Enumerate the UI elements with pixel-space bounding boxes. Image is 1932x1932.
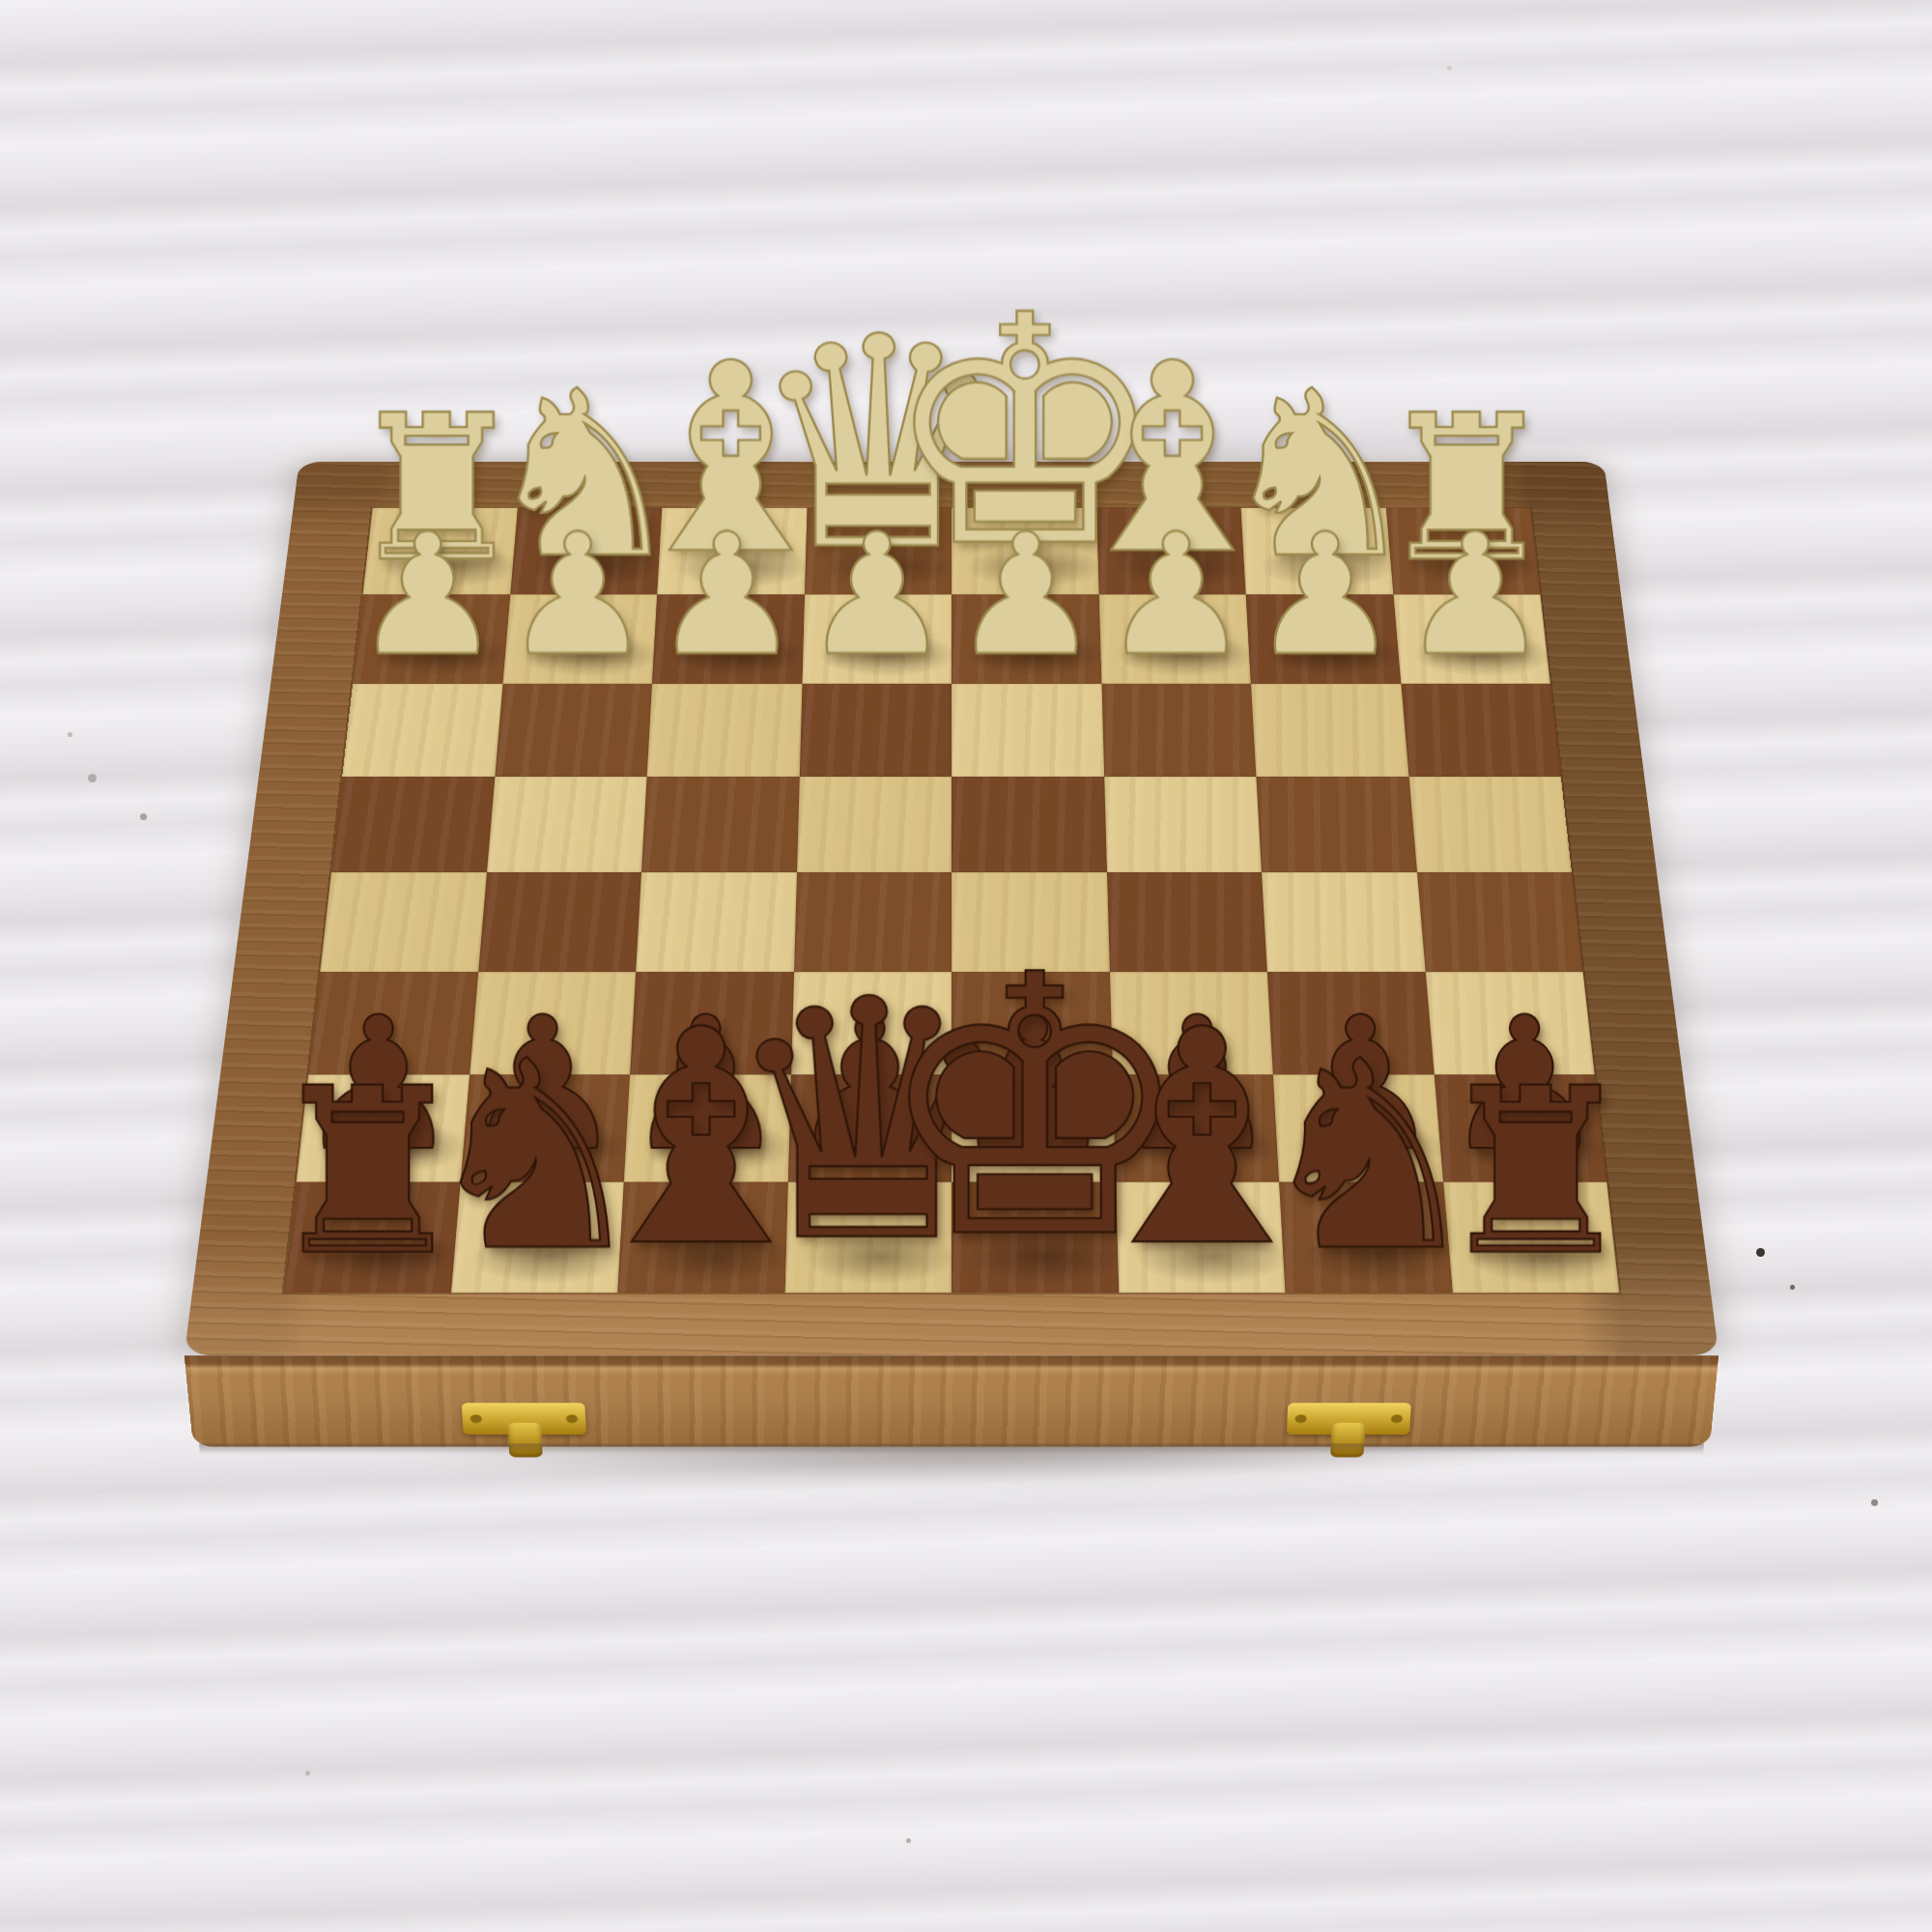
- square-h5[interactable]: [1408, 777, 1572, 872]
- piece-black-pawn-d7[interactable]: ♟: [802, 511, 952, 679]
- board-front-edge: [185, 1355, 1719, 1446]
- square-b5[interactable]: [487, 777, 647, 872]
- brass-latch-right[interactable]: [1287, 1404, 1411, 1435]
- surface-specks: [0, 0, 1, 1]
- square-g5[interactable]: [1256, 777, 1416, 872]
- piece-black-pawn-b7[interactable]: ♟: [502, 511, 653, 679]
- square-e5[interactable]: [952, 777, 1107, 872]
- square-h4[interactable]: [1417, 872, 1583, 972]
- square-f5[interactable]: [1104, 777, 1262, 872]
- square-f7[interactable]: ♟: [1098, 594, 1251, 684]
- square-b6[interactable]: [495, 684, 652, 777]
- square-e7[interactable]: ♟: [952, 594, 1101, 684]
- square-d7[interactable]: ♟: [802, 594, 952, 684]
- square-h1[interactable]: ♜: [1443, 1181, 1620, 1293]
- brass-latch-left[interactable]: [461, 1404, 585, 1435]
- piece-white-rook-h1[interactable]: ♜: [1433, 1059, 1637, 1288]
- piece-black-pawn-g7[interactable]: ♟: [1250, 511, 1401, 679]
- piece-black-pawn-h7[interactable]: ♟: [1400, 511, 1550, 679]
- square-g1[interactable]: ♞: [1279, 1181, 1452, 1293]
- piece-black-pawn-a7[interactable]: ♟: [353, 511, 503, 679]
- square-e6[interactable]: [952, 684, 1104, 777]
- square-a7[interactable]: ♟: [353, 594, 510, 684]
- board-grid: ♜♞♝♛♚♝♞♜♟♟♟♟♟♟♟♟♟♟♟♟♟♟♟♟♜♞♝♛♚♝♞♜: [284, 508, 1620, 1293]
- square-a6[interactable]: [342, 684, 502, 777]
- square-f6[interactable]: [1101, 684, 1256, 777]
- square-a5[interactable]: [331, 777, 495, 872]
- piece-black-pawn-f7[interactable]: ♟: [1100, 511, 1251, 679]
- latch-hook-icon: [1330, 1423, 1365, 1458]
- square-h6[interactable]: [1401, 684, 1561, 777]
- piece-black-pawn-e7[interactable]: ♟: [952, 511, 1102, 679]
- square-g4[interactable]: [1262, 872, 1425, 972]
- square-c7[interactable]: ♟: [652, 594, 805, 684]
- board-frame: ♜♞♝♛♚♝♞♜♟♟♟♟♟♟♟♟♟♟♟♟♟♟♟♟♜♞♝♛♚♝♞♜: [185, 462, 1719, 1355]
- square-b7[interactable]: ♟: [502, 594, 657, 684]
- square-c5[interactable]: [641, 777, 799, 872]
- square-h7[interactable]: ♟: [1393, 594, 1550, 684]
- square-g6[interactable]: [1251, 684, 1408, 777]
- square-d5[interactable]: [797, 777, 952, 872]
- square-g7[interactable]: ♟: [1246, 594, 1401, 684]
- square-a4[interactable]: [320, 872, 486, 972]
- square-d6[interactable]: [799, 684, 952, 777]
- latch-hook-icon: [507, 1423, 542, 1458]
- square-b4[interactable]: [478, 872, 641, 972]
- chess-board: ♜♞♝♛♚♝♞♜♟♟♟♟♟♟♟♟♟♟♟♟♟♟♟♟♜♞♝♛♚♝♞♜: [185, 462, 1719, 1355]
- scene: ♜♞♝♛♚♝♞♜♟♟♟♟♟♟♟♟♟♟♟♟♟♟♟♟♜♞♝♛♚♝♞♜: [0, 0, 1932, 1932]
- square-c6[interactable]: [647, 684, 802, 777]
- piece-black-pawn-c7[interactable]: ♟: [652, 511, 803, 679]
